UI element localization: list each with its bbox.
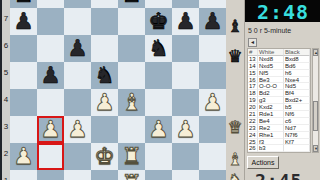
rank-label-1: 1 xyxy=(2,176,10,180)
square-h3[interactable] xyxy=(199,116,226,143)
piece-black-rook: ♜ xyxy=(10,0,37,8)
piece-white-pawn: ♟ xyxy=(172,116,199,143)
square-g5[interactable] xyxy=(172,62,199,89)
piece-black-knight: ♞ xyxy=(91,62,118,89)
piece-black-pawn: ♟ xyxy=(64,35,91,62)
square-d3[interactable] xyxy=(91,116,118,143)
square-d5[interactable]: ♞ xyxy=(91,62,118,89)
move-number-19[interactable]: 19 xyxy=(248,97,258,104)
white-move-24[interactable]: Rhe1 xyxy=(258,132,284,139)
black-move-14[interactable]: Bd6 xyxy=(284,63,310,70)
rank-label-7: 7 xyxy=(2,14,10,23)
move-number-13[interactable]: 13 xyxy=(248,56,258,63)
white-move-15[interactable]: Nf5 xyxy=(258,70,284,77)
rank-label-6: 6 xyxy=(2,41,10,50)
white-move-25[interactable]: f3 xyxy=(258,139,284,146)
piece-black-king: ♚ xyxy=(145,8,172,35)
captured-pieces-tray: ♝♛♛♝♞ xyxy=(226,0,244,180)
game-info-label: 5 0 r 5-minute xyxy=(248,27,320,34)
move-list-header-num: # xyxy=(248,49,258,56)
square-e2[interactable]: ♜ xyxy=(118,143,145,170)
move-list-header-black: Black xyxy=(284,49,310,56)
black-move-26[interactable] xyxy=(284,145,310,152)
white-move-26[interactable]: b3 xyxy=(258,145,284,152)
square-c8[interactable] xyxy=(64,0,91,8)
square-a3[interactable] xyxy=(10,116,37,143)
rank-label-4: 4 xyxy=(2,95,10,104)
square-a6[interactable] xyxy=(10,35,37,62)
white-move-22[interactable]: Be4 xyxy=(258,118,284,125)
white-move-17[interactable]: O-O-O xyxy=(258,83,284,90)
move-list-header-white: White xyxy=(258,49,284,56)
piece-white-pawn: ♟ xyxy=(64,116,91,143)
square-f2[interactable] xyxy=(145,143,172,170)
piece-white-bishop: ♝ xyxy=(118,89,145,116)
white-clock: 2:45 xyxy=(245,170,320,180)
side-panel: 2:48 5 0 r 5-minute ◂ # White Black 13Nx… xyxy=(244,0,320,180)
square-c2[interactable] xyxy=(64,143,91,170)
scroll-up-icon[interactable]: ▲ xyxy=(313,49,318,56)
square-h1[interactable] xyxy=(199,170,226,180)
piece-white-pawn: ♟ xyxy=(37,116,64,143)
white-move-18[interactable]: Bd2 xyxy=(258,90,284,97)
square-e8[interactable]: ♜ xyxy=(118,0,145,8)
square-c4[interactable] xyxy=(64,89,91,116)
square-b1[interactable] xyxy=(37,170,64,180)
move-number-26[interactable]: 26 xyxy=(248,145,258,152)
move-number-16[interactable]: 16 xyxy=(248,77,258,84)
square-b2[interactable] xyxy=(37,143,64,170)
square-c1[interactable] xyxy=(64,170,91,180)
piece-white-rook: ♜ xyxy=(118,143,145,170)
white-move-21[interactable]: Rde1 xyxy=(258,111,284,118)
square-h8[interactable] xyxy=(199,0,226,8)
square-e7[interactable] xyxy=(118,8,145,35)
square-h4[interactable]: ♟ xyxy=(199,89,226,116)
square-a2[interactable]: ♟ xyxy=(10,143,37,170)
square-b4[interactable] xyxy=(37,89,64,116)
square-f3[interactable]: ♟ xyxy=(145,116,172,143)
rank-label-5: 5 xyxy=(2,68,10,77)
piece-black-rook: ♜ xyxy=(118,0,145,8)
piece-black-pawn: ♟ xyxy=(172,8,199,35)
captured-white-bishop: ♝ xyxy=(226,149,244,169)
piece-white-king: ♚ xyxy=(91,143,118,170)
square-a1[interactable] xyxy=(10,170,37,180)
square-a5[interactable] xyxy=(10,62,37,89)
captured-black-bishop: ♝ xyxy=(226,16,244,36)
piece-white-rook: ♜ xyxy=(118,170,145,180)
square-d4[interactable]: ♟ xyxy=(91,89,118,116)
square-g6[interactable] xyxy=(172,35,199,62)
square-h7[interactable]: ♟ xyxy=(199,8,226,35)
move-number-14[interactable]: 14 xyxy=(248,63,258,70)
piece-white-pawn: ♟ xyxy=(145,116,172,143)
square-a4[interactable] xyxy=(10,89,37,116)
square-g7[interactable]: ♟ xyxy=(172,8,199,35)
rank-labels: 7654321 xyxy=(2,0,10,180)
move-number-24[interactable]: 24 xyxy=(248,132,258,139)
piece-white-pawn: ♟ xyxy=(199,89,226,116)
square-c7[interactable] xyxy=(64,8,91,35)
square-g8[interactable] xyxy=(172,0,199,8)
square-d8[interactable] xyxy=(91,0,118,8)
square-b8[interactable] xyxy=(37,0,64,8)
square-g3[interactable]: ♟ xyxy=(172,116,199,143)
black-move-24[interactable]: N7f6 xyxy=(284,132,310,139)
move-number-21[interactable]: 21 xyxy=(248,111,258,118)
square-g2[interactable] xyxy=(172,143,199,170)
captured-black-queen: ♛ xyxy=(226,46,244,66)
piece-black-pawn: ♟ xyxy=(199,8,226,35)
square-c6[interactable]: ♟ xyxy=(64,35,91,62)
square-h2[interactable] xyxy=(199,143,226,170)
square-e6[interactable] xyxy=(118,35,145,62)
square-f1[interactable] xyxy=(145,170,172,180)
black-move-25[interactable]: Kf7 xyxy=(284,139,310,146)
rank-label-2: 2 xyxy=(2,149,10,158)
captured-white-queen: ♛ xyxy=(226,117,244,137)
square-e4[interactable]: ♝ xyxy=(118,89,145,116)
square-e3[interactable] xyxy=(118,116,145,143)
square-b3[interactable]: ♟ xyxy=(37,116,64,143)
black-move-15[interactable]: h6 xyxy=(284,70,310,77)
move-number-18[interactable]: 18 xyxy=(248,90,258,97)
move-number-17[interactable]: 17 xyxy=(248,83,258,90)
square-f7[interactable]: ♚ xyxy=(145,8,172,35)
move-number-22[interactable]: 22 xyxy=(248,118,258,125)
move-number-25[interactable]: 25 xyxy=(248,139,258,146)
black-move-13[interactable]: Bxd8 xyxy=(284,56,310,63)
move-number-15[interactable]: 15 xyxy=(248,70,258,77)
chess-board: 7654321 ♜♜♟♚♟♟♟♞♟♞♟♝♟♟♟♟♟♟♚♜♜ xyxy=(2,0,226,180)
square-h5[interactable] xyxy=(199,62,226,89)
square-e1[interactable]: ♜ xyxy=(118,170,145,180)
black-clock: 2:48 xyxy=(245,0,320,22)
collapse-button[interactable]: ◂ xyxy=(248,38,257,47)
piece-black-pawn: ♟ xyxy=(10,8,37,35)
square-b6[interactable] xyxy=(37,35,64,62)
black-move-22[interactable]: c6 xyxy=(284,118,310,125)
square-f6[interactable]: ♞ xyxy=(145,35,172,62)
square-g4[interactable] xyxy=(172,89,199,116)
black-move-18[interactable]: Bf4 xyxy=(284,90,310,97)
scrollbar-thumb[interactable] xyxy=(313,101,318,131)
square-g1[interactable] xyxy=(172,170,199,180)
square-c3[interactable]: ♟ xyxy=(64,116,91,143)
square-f8[interactable] xyxy=(145,0,172,8)
square-d1[interactable] xyxy=(91,170,118,180)
piece-black-knight: ♞ xyxy=(145,35,172,62)
black-move-19[interactable]: Bxd2+ xyxy=(284,97,310,104)
black-move-23[interactable]: Nd7 xyxy=(284,125,310,132)
square-b7[interactable] xyxy=(37,8,64,35)
square-e5[interactable] xyxy=(118,62,145,89)
move-number-23[interactable]: 23 xyxy=(248,125,258,132)
white-move-16[interactable]: Be3 xyxy=(258,77,284,84)
piece-white-pawn: ♟ xyxy=(91,89,118,116)
piece-black-pawn: ♟ xyxy=(37,62,64,89)
square-f4[interactable] xyxy=(145,89,172,116)
move-list-scrollbar[interactable]: ▲ ▼ xyxy=(312,48,319,153)
black-move-16[interactable]: Nxe4 xyxy=(284,77,310,84)
black-move-20[interactable]: b5 xyxy=(284,104,310,111)
white-move-20[interactable]: Kxd2 xyxy=(258,104,284,111)
black-move-21[interactable]: Nf6 xyxy=(284,111,310,118)
square-c5[interactable] xyxy=(64,62,91,89)
square-d2[interactable]: ♚ xyxy=(91,143,118,170)
square-d6[interactable] xyxy=(91,35,118,62)
square-h6[interactable] xyxy=(199,35,226,62)
piece-white-pawn: ♟ xyxy=(10,143,37,170)
black-move-17[interactable]: Nd5 xyxy=(284,83,310,90)
square-b5[interactable]: ♟ xyxy=(37,62,64,89)
actions-button[interactable]: Actions xyxy=(247,156,279,169)
square-f5[interactable] xyxy=(145,62,172,89)
white-move-14[interactable]: Nxd5 xyxy=(258,63,284,70)
square-a7[interactable]: ♟ xyxy=(10,8,37,35)
rank-label-3: 3 xyxy=(2,122,10,131)
board-grid: ♜♜♟♚♟♟♟♞♟♞♟♝♟♟♟♟♟♟♚♜♜ xyxy=(10,0,226,180)
chess-client-window: 7654321 ♜♜♟♚♟♟♟♞♟♞♟♝♟♟♟♟♟♟♚♜♜ ♝♛♛♝♞ 2:48… xyxy=(0,0,320,180)
move-list[interactable]: # White Black 13Nxd8Bxd814Nxd5Bd615Nf5h6… xyxy=(247,48,311,153)
white-move-19[interactable]: g3 xyxy=(258,97,284,104)
white-move-23[interactable]: Re2 xyxy=(258,125,284,132)
white-move-13[interactable]: Nxd8 xyxy=(258,56,284,63)
move-number-20[interactable]: 20 xyxy=(248,104,258,111)
square-d7[interactable] xyxy=(91,8,118,35)
scroll-down-icon[interactable]: ▼ xyxy=(313,145,318,152)
square-a8[interactable]: ♜ xyxy=(10,0,37,8)
captured-white-knight: ♞ xyxy=(226,170,244,180)
